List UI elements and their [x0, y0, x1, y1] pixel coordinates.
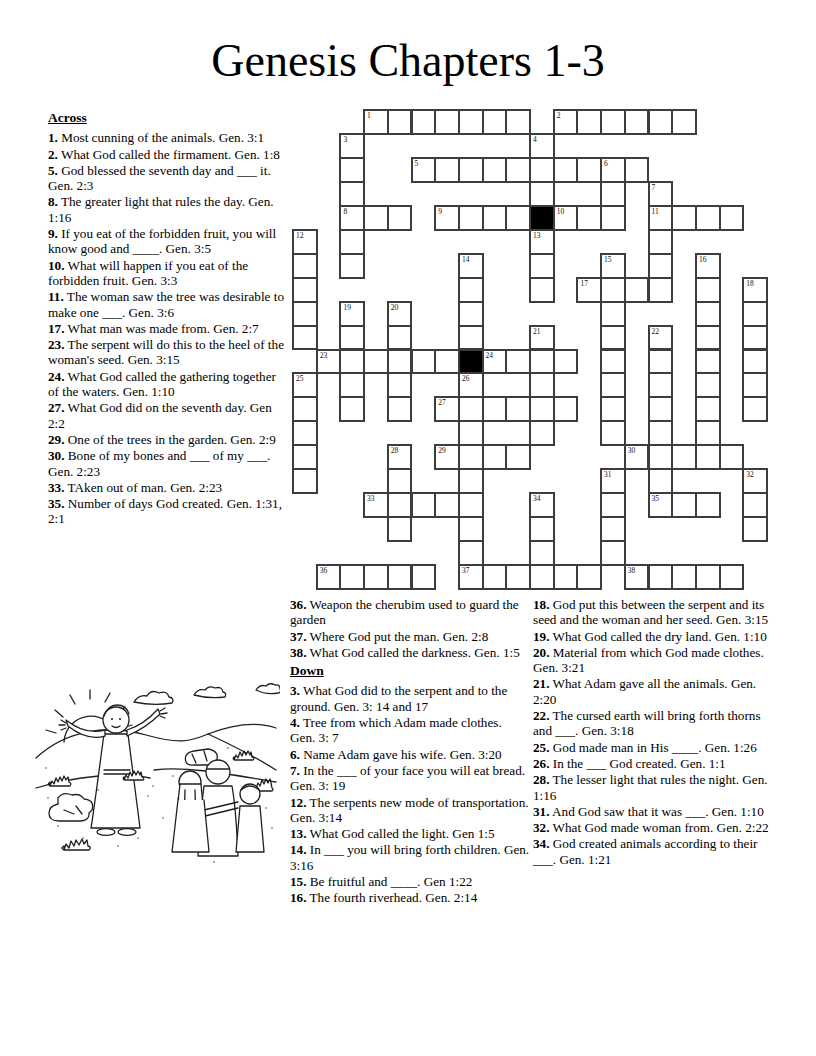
grid-cell[interactable] [695, 372, 721, 398]
grid-cell[interactable] [648, 372, 674, 398]
clue-down-25: 25. God made man in His ____. Gen. 1:26 [533, 740, 773, 755]
grid-cell[interactable] [624, 277, 650, 303]
grid-cell[interactable] [505, 396, 531, 422]
cell-number: 13 [533, 231, 541, 240]
grid-cell[interactable] [648, 109, 674, 135]
clue-number: 14. [290, 842, 306, 857]
grid-cell[interactable] [742, 372, 768, 398]
clue-down-6: 6. Name Adam gave his wife. Gen. 3:20 [290, 747, 530, 762]
clue-across-17: 17. What man was made from. Gen. 2:7 [48, 321, 285, 336]
grid-cell[interactable] [600, 420, 626, 446]
clue-down-21: 21. What Adam gave all the animals. Gen.… [533, 676, 773, 707]
grid-cell[interactable] [742, 301, 768, 327]
grid-cell[interactable] [529, 157, 555, 183]
grid-cell[interactable]: 21 [529, 325, 555, 351]
clue-number: 31. [533, 804, 549, 819]
grid-cell[interactable]: 20 [387, 301, 413, 327]
cell-number: 14 [462, 255, 470, 264]
clue-across-29: 29. One of the trees in the garden. Gen.… [48, 432, 285, 447]
grid-cell[interactable] [742, 349, 768, 375]
grid-cell[interactable] [600, 205, 626, 231]
cell-number: 21 [533, 327, 541, 336]
grid-cell[interactable] [671, 109, 697, 135]
clue-across-1: 1. Most cunning of the animals. Gen. 3:1 [48, 130, 285, 145]
grid-cell[interactable] [292, 301, 318, 327]
grid-cell[interactable] [505, 109, 531, 135]
clue-across-11: 11. The woman saw the tree was desirable… [48, 289, 285, 320]
grid-cell[interactable]: 28 [387, 444, 413, 470]
grid-cell[interactable] [576, 157, 602, 183]
cell-number: 34 [533, 494, 541, 503]
cell-number: 20 [391, 303, 399, 312]
grid-cell[interactable] [576, 564, 602, 590]
grid-cell[interactable] [648, 277, 674, 303]
cell-number: 4 [533, 135, 537, 144]
grid-cell[interactable] [482, 564, 508, 590]
grid-cell[interactable] [719, 564, 745, 590]
cell-number: 37 [462, 566, 470, 575]
grid-cell[interactable] [482, 109, 508, 135]
across-heading: Across [48, 110, 285, 125]
clue-down-34: 34. God created animals according to the… [533, 836, 773, 867]
clue-number: 12. [290, 795, 306, 810]
clue-across-38: 38. What God called the darkness. Gen. 1… [290, 645, 530, 660]
clue-number: 8. [48, 194, 58, 209]
grid-cell[interactable] [576, 109, 602, 135]
clue-across-24: 24. What God called the gathering togeth… [48, 369, 285, 400]
grid-cell[interactable] [411, 564, 437, 590]
clue-across-8: 8. The greater light that rules the day.… [48, 194, 285, 225]
grid-cell[interactable] [695, 420, 721, 446]
clue-number: 11. [48, 289, 64, 304]
grid-cell[interactable]: 9 [434, 205, 460, 231]
grid-cell[interactable]: 18 [742, 277, 768, 303]
clue-number: 4. [290, 715, 300, 730]
clue-number: 21. [533, 676, 549, 691]
grid-cell[interactable]: 14 [458, 253, 484, 279]
clue-number: 28. [533, 772, 549, 787]
clue-number: 29. [48, 432, 64, 447]
grid-cell[interactable] [671, 564, 697, 590]
grid-cell[interactable] [292, 468, 318, 494]
clue-down-13: 13. What God called the light. Gen 1:5 [290, 826, 530, 841]
grid-cell[interactable] [742, 492, 768, 518]
clue-down-31: 31. And God saw that it was ___. Gen. 1:… [533, 804, 773, 819]
grid-cell[interactable]: 15 [600, 253, 626, 279]
clouds [134, 684, 280, 705]
clue-across-30: 30. Bone of my bones and ___ of my ___. … [48, 448, 285, 479]
crossword-grid: 1234567891011121314151617181920212223242… [293, 110, 767, 589]
grid-cell[interactable] [671, 492, 697, 518]
grid-cell[interactable]: 8 [339, 205, 365, 231]
clue-down-22: 22. The cursed earth will bring forth th… [533, 708, 773, 739]
illustration [28, 678, 280, 870]
grid-cell[interactable] [529, 540, 555, 566]
grid-cell[interactable] [695, 205, 721, 231]
clue-number: 33. [48, 480, 64, 495]
grid-cell[interactable] [600, 516, 626, 542]
grid-cell[interactable]: 4 [529, 133, 555, 159]
grid-cell[interactable] [339, 396, 365, 422]
cell-number: 36 [320, 566, 328, 575]
down-heading: Down [290, 663, 530, 678]
clue-number: 19. [533, 629, 549, 644]
family-figures [172, 760, 264, 856]
grid-cell[interactable] [600, 396, 626, 422]
grid-cell[interactable] [387, 349, 413, 375]
grid-cell[interactable] [482, 157, 508, 183]
cell-number: 2 [557, 111, 561, 120]
grid-cell[interactable]: 7 [648, 181, 674, 207]
grid-cell[interactable] [482, 396, 508, 422]
cell-number: 26 [462, 374, 470, 383]
cell-number: 29 [438, 446, 446, 455]
grid-cell[interactable] [695, 349, 721, 375]
grid-cell[interactable] [458, 301, 484, 327]
grid-cell[interactable] [387, 492, 413, 518]
clue-across-9: 9. If you eat of the forbidden fruit, yo… [48, 226, 285, 257]
grid-cell[interactable]: 11 [648, 205, 674, 231]
grid-cell[interactable] [292, 396, 318, 422]
grid-cell[interactable]: 37 [458, 564, 484, 590]
clue-number: 34. [533, 836, 549, 851]
clue-down-18: 18. God put this between the serpent and… [533, 597, 773, 628]
grid-cell[interactable] [363, 205, 389, 231]
cell-number: 11 [652, 207, 659, 216]
cell-number: 23 [320, 351, 328, 360]
cell-number: 38 [628, 566, 636, 575]
grid-cell[interactable] [505, 349, 531, 375]
cell-number: 3 [343, 135, 347, 144]
grid-cell[interactable] [695, 325, 721, 351]
cell-number: 1 [367, 111, 371, 120]
grid-cell[interactable]: 29 [434, 444, 460, 470]
grid-cell[interactable] [458, 420, 484, 446]
grid-cell[interactable] [505, 444, 531, 470]
grid-cell[interactable]: 12 [292, 229, 318, 255]
clue-number: 38. [290, 645, 306, 660]
grid-cell[interactable]: 36 [316, 564, 342, 590]
clue-number: 6. [290, 747, 300, 762]
clue-number: 32. [533, 820, 549, 835]
cell-number: 30 [628, 446, 636, 455]
clue-down-28: 28. The lesser light that rules the nigh… [533, 772, 773, 803]
clue-across-35: 35. Number of days God created. Gen. 1:3… [48, 496, 285, 527]
black-cell [529, 205, 555, 231]
grid-cell[interactable] [648, 444, 674, 470]
grid-cell[interactable]: 5 [411, 157, 437, 183]
clue-across-27: 27. What God did on the seventh day. Gen… [48, 400, 285, 431]
grid-cell[interactable] [482, 205, 508, 231]
grid-cell[interactable] [742, 516, 768, 542]
grid-cell[interactable] [411, 492, 437, 518]
clue-number: 15. [290, 874, 306, 889]
grid-cell[interactable] [458, 205, 484, 231]
cell-number: 15 [604, 255, 612, 264]
grid-cell[interactable]: 30 [624, 444, 650, 470]
grid-cell[interactable] [292, 253, 318, 279]
grid-cell[interactable] [458, 157, 484, 183]
clue-down-20: 20. Material from which God made clothes… [533, 645, 773, 676]
grid-cell[interactable] [505, 157, 531, 183]
grid-cell[interactable] [339, 181, 365, 207]
grid-cell[interactable] [553, 157, 579, 183]
grid-cell[interactable] [387, 564, 413, 590]
grid-cell[interactable] [695, 564, 721, 590]
grid-cell[interactable] [339, 157, 365, 183]
clue-number: 35. [48, 496, 64, 511]
grid-cell[interactable] [339, 325, 365, 351]
grid-cell[interactable]: 31 [600, 468, 626, 494]
clue-number: 25. [533, 740, 549, 755]
grid-cell[interactable] [695, 396, 721, 422]
clue-number: 7. [290, 763, 300, 778]
grid-cell[interactable] [600, 372, 626, 398]
cell-number: 8 [343, 207, 347, 216]
grid-cell[interactable]: 34 [529, 492, 555, 518]
grid-cell[interactable] [292, 325, 318, 351]
cell-number: 28 [391, 446, 399, 455]
grid-cell[interactable] [695, 277, 721, 303]
clue-down-15: 15. Be fruitful and ____. Gen 1:22 [290, 874, 530, 889]
clue-number: 37. [290, 629, 306, 644]
grid-cell[interactable] [458, 492, 484, 518]
grid-cell[interactable] [505, 205, 531, 231]
grid-cell[interactable] [458, 540, 484, 566]
grid-cell[interactable] [363, 564, 389, 590]
grid-cell[interactable] [387, 325, 413, 351]
grid-cell[interactable]: 33 [363, 492, 389, 518]
clue-across-23: 23. The serpent will do this to the heel… [48, 337, 285, 368]
cell-number: 25 [296, 374, 304, 383]
clue-across-37: 37. Where God put the man. Gen. 2:8 [290, 629, 530, 644]
cell-number: 22 [652, 327, 660, 336]
grid-cell[interactable] [553, 396, 579, 422]
clue-number: 18. [533, 597, 549, 612]
grid-cell[interactable]: 32 [742, 468, 768, 494]
across-clues-column: Across1. Most cunning of the animals. Ge… [48, 110, 285, 528]
cell-number: 9 [438, 207, 442, 216]
clue-number: 9. [48, 226, 58, 241]
grid-cell[interactable] [458, 516, 484, 542]
grid-cell[interactable] [339, 564, 365, 590]
grid-cell[interactable] [411, 109, 437, 135]
grid-cell[interactable]: 38 [624, 564, 650, 590]
grid-cell[interactable] [458, 396, 484, 422]
grid-cell[interactable] [434, 109, 460, 135]
clue-down-3: 3. What God did to the serpent and to th… [290, 683, 530, 714]
clue-down-14: 14. In ___ you will bring forth children… [290, 842, 530, 873]
cell-number: 27 [438, 398, 446, 407]
clue-number: 3. [290, 683, 300, 698]
grid-cell[interactable] [529, 516, 555, 542]
grid-cell[interactable] [339, 372, 365, 398]
grid-cell[interactable] [648, 349, 674, 375]
grid-cell[interactable] [695, 444, 721, 470]
grid-cell[interactable] [387, 372, 413, 398]
clue-down-16: 16. The fourth riverhead. Gen. 2:14 [290, 890, 530, 905]
grid-cell[interactable] [529, 277, 555, 303]
clue-number: 30. [48, 448, 64, 463]
black-cell [458, 349, 484, 375]
grid-cell[interactable]: 6 [600, 157, 626, 183]
cell-number: 18 [746, 279, 754, 288]
cell-number: 35 [652, 494, 660, 503]
grid-cell[interactable]: 22 [648, 325, 674, 351]
grid-cell[interactable]: 10 [553, 205, 579, 231]
grid-cell[interactable]: 1 [363, 109, 389, 135]
grid-cell[interactable] [648, 396, 674, 422]
clue-down-12: 12. The serpents new mode of transportat… [290, 795, 530, 826]
grid-cell[interactable] [553, 564, 579, 590]
grid-cell[interactable] [529, 253, 555, 279]
grid-cell[interactable] [742, 396, 768, 422]
grid-cell[interactable] [671, 444, 697, 470]
clue-across-5: 5. God blessed the seventh day and ___ i… [48, 163, 285, 194]
cell-number: 16 [699, 255, 707, 264]
clue-number: 16. [290, 890, 306, 905]
grid-cell[interactable] [505, 564, 531, 590]
grid-cell[interactable]: 27 [434, 396, 460, 422]
grid-cell[interactable] [648, 420, 674, 446]
middle-clues-column: 36. Weapon the cherubim used to guard th… [290, 597, 530, 907]
grid-cell[interactable]: 17 [576, 277, 602, 303]
clue-number: 27. [48, 400, 64, 415]
grid-cell[interactable] [719, 205, 745, 231]
grid-cell[interactable] [458, 468, 484, 494]
cell-number: 33 [367, 494, 375, 503]
grid-cell[interactable] [339, 229, 365, 255]
cell-number: 19 [343, 303, 351, 312]
cell-number: 32 [746, 470, 754, 479]
grid-cell[interactable] [434, 349, 460, 375]
down-clues-column: 18. God put this between the serpent and… [533, 597, 773, 868]
clue-down-19: 19. What God called the dry land. Gen. 1… [533, 629, 773, 644]
grid-cell[interactable]: 35 [648, 492, 674, 518]
grid-cell[interactable] [458, 444, 484, 470]
grid-cell[interactable] [600, 349, 626, 375]
grid-cell[interactable] [576, 205, 602, 231]
grid-cell[interactable]: 26 [458, 372, 484, 398]
clue-number: 36. [290, 597, 306, 612]
grid-cell[interactable]: 13 [529, 229, 555, 255]
cell-number: 5 [415, 159, 419, 168]
cell-number: 31 [604, 470, 612, 479]
grid-cell[interactable] [529, 181, 555, 207]
clue-number: 24. [48, 369, 64, 384]
grid-cell[interactable] [695, 492, 721, 518]
cell-number: 10 [557, 207, 565, 216]
clue-across-33: 33. TAken out of man. Gen. 2:23 [48, 480, 285, 495]
grid-cell[interactable] [387, 468, 413, 494]
grid-cell[interactable] [719, 444, 745, 470]
clue-down-4: 4. Tree from which Adam made clothes. Ge… [290, 715, 530, 746]
grid-cell[interactable] [600, 109, 626, 135]
grid-cell[interactable] [600, 540, 626, 566]
grid-cell[interactable] [624, 109, 650, 135]
grid-cell[interactable]: 16 [695, 253, 721, 279]
clue-number: 1. [48, 130, 58, 145]
grid-cell[interactable] [742, 325, 768, 351]
grid-cell[interactable] [529, 372, 555, 398]
cell-number: 24 [486, 351, 494, 360]
clue-down-26: 26. In the ___ God created. Gen. 1:1 [533, 756, 773, 771]
grid-cell[interactable]: 19 [339, 301, 365, 327]
grid-cell[interactable] [600, 277, 626, 303]
grid-cell[interactable] [458, 277, 484, 303]
clue-across-2: 2. What God called the firmament. Gen. 1… [48, 147, 285, 162]
grid-cell[interactable] [363, 349, 389, 375]
cell-number: 6 [604, 159, 608, 168]
grid-cell[interactable] [339, 253, 365, 279]
grid-cell[interactable] [600, 492, 626, 518]
cell-number: 17 [580, 279, 588, 288]
grid-cell[interactable] [648, 229, 674, 255]
grid-cell[interactable] [387, 109, 413, 135]
grid-cell[interactable] [600, 181, 626, 207]
clue-down-32: 32. What God made woman from. Gen. 2:22 [533, 820, 773, 835]
grid-cell[interactable]: 24 [482, 349, 508, 375]
clue-number: 23. [48, 337, 64, 352]
grid-cell[interactable] [434, 492, 460, 518]
clue-across-10: 10. What will happen if you eat of the f… [48, 258, 285, 289]
clue-number: 17. [48, 321, 64, 336]
clue-across-36: 36. Weapon the cherubim used to guard th… [290, 597, 530, 628]
grid-cell[interactable] [695, 301, 721, 327]
grid-cell[interactable] [529, 420, 555, 446]
grid-cell[interactable] [482, 444, 508, 470]
clue-number: 26. [533, 756, 549, 771]
grid-cell[interactable] [529, 396, 555, 422]
grid-cell[interactable]: 25 [292, 372, 318, 398]
cell-number: 7 [652, 183, 656, 192]
grid-cell[interactable] [648, 253, 674, 279]
clue-number: 5. [48, 163, 58, 178]
clue-number: 2. [48, 147, 58, 162]
grid-cell[interactable] [387, 396, 413, 422]
grid-cell[interactable] [292, 444, 318, 470]
grid-cell[interactable] [600, 301, 626, 327]
cell-number: 12 [296, 231, 304, 240]
grid-cell[interactable] [553, 349, 579, 375]
clue-number: 20. [533, 645, 549, 660]
grid-cell[interactable] [624, 157, 650, 183]
grid-cell[interactable] [600, 325, 626, 351]
grid-cell[interactable] [387, 205, 413, 231]
grid-cell[interactable]: 2 [553, 109, 579, 135]
grid-cell[interactable]: 23 [316, 349, 342, 375]
clue-down-7: 7. In the ___ of your face you will eat … [290, 763, 530, 794]
grid-cell[interactable] [292, 420, 318, 446]
grid-cell[interactable] [339, 349, 365, 375]
puzzle-title: Genesis Chapters 1-3 [0, 34, 816, 87]
clue-number: 22. [533, 708, 549, 723]
grid-cell[interactable] [671, 205, 697, 231]
grid-cell[interactable] [387, 516, 413, 542]
grid-cell[interactable] [434, 157, 460, 183]
clue-number: 13. [290, 826, 306, 841]
clue-number: 10. [48, 258, 64, 273]
grid-cell[interactable] [529, 564, 555, 590]
grid-cell[interactable] [458, 325, 484, 351]
grid-cell[interactable] [648, 468, 674, 494]
grid-cell[interactable] [529, 349, 555, 375]
grid-cell[interactable] [648, 564, 674, 590]
grid-cell[interactable]: 3 [339, 133, 365, 159]
grid-cell[interactable] [458, 109, 484, 135]
grid-cell[interactable] [411, 349, 437, 375]
grid-cell[interactable] [292, 277, 318, 303]
